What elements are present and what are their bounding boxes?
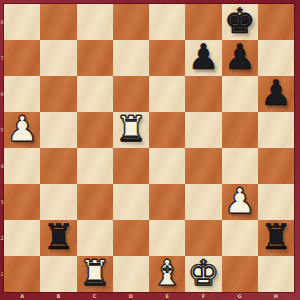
file-label-c: C bbox=[77, 292, 113, 300]
chess-board: ♚♟♟♟♟♜♟♜♜♜♝♚ 87654321ABCDEFGH bbox=[0, 0, 300, 300]
file-label-f: F bbox=[185, 292, 221, 300]
piece-black-king[interactable]: ♚ bbox=[224, 4, 255, 39]
square-f5[interactable] bbox=[185, 112, 221, 148]
square-a2[interactable] bbox=[4, 220, 40, 256]
file-label-d: D bbox=[113, 292, 149, 300]
square-a4[interactable] bbox=[4, 148, 40, 184]
file-label-e: E bbox=[149, 292, 185, 300]
square-e6[interactable] bbox=[149, 76, 185, 112]
square-d5[interactable]: ♜ bbox=[113, 112, 149, 148]
square-g4[interactable] bbox=[222, 148, 258, 184]
square-a3[interactable] bbox=[4, 184, 40, 220]
square-h4[interactable] bbox=[258, 148, 294, 184]
square-a8[interactable] bbox=[4, 4, 40, 40]
square-d1[interactable] bbox=[113, 256, 149, 292]
square-f1[interactable]: ♚ bbox=[185, 256, 221, 292]
square-b1[interactable] bbox=[40, 256, 76, 292]
square-h8[interactable] bbox=[258, 4, 294, 40]
square-g5[interactable] bbox=[222, 112, 258, 148]
square-f6[interactable] bbox=[185, 76, 221, 112]
rank-label-3: 3 bbox=[0, 200, 4, 205]
square-f3[interactable] bbox=[185, 184, 221, 220]
square-h3[interactable] bbox=[258, 184, 294, 220]
square-e4[interactable] bbox=[149, 148, 185, 184]
square-e7[interactable] bbox=[149, 40, 185, 76]
square-g2[interactable] bbox=[222, 220, 258, 256]
square-b8[interactable] bbox=[40, 4, 76, 40]
square-a6[interactable] bbox=[4, 76, 40, 112]
square-b3[interactable] bbox=[40, 184, 76, 220]
square-c7[interactable] bbox=[77, 40, 113, 76]
file-label-h: H bbox=[258, 292, 294, 300]
square-b4[interactable] bbox=[40, 148, 76, 184]
piece-black-pawn[interactable]: ♟ bbox=[188, 40, 219, 75]
square-d2[interactable] bbox=[113, 220, 149, 256]
piece-white-pawn[interactable]: ♟ bbox=[6, 112, 37, 147]
square-g8[interactable]: ♚ bbox=[222, 4, 258, 40]
square-c6[interactable] bbox=[77, 76, 113, 112]
piece-white-rook[interactable]: ♜ bbox=[79, 256, 110, 291]
square-c3[interactable] bbox=[77, 184, 113, 220]
piece-white-bishop[interactable]: ♝ bbox=[151, 256, 182, 291]
square-a1[interactable] bbox=[4, 256, 40, 292]
square-d8[interactable] bbox=[113, 4, 149, 40]
rank-label-1: 1 bbox=[0, 272, 4, 277]
square-a7[interactable] bbox=[4, 40, 40, 76]
rank-label-7: 7 bbox=[0, 56, 4, 61]
piece-white-pawn[interactable]: ♟ bbox=[224, 184, 255, 219]
square-h5[interactable] bbox=[258, 112, 294, 148]
square-g6[interactable] bbox=[222, 76, 258, 112]
square-d6[interactable] bbox=[113, 76, 149, 112]
square-h1[interactable] bbox=[258, 256, 294, 292]
square-c4[interactable] bbox=[77, 148, 113, 184]
board-grid: ♚♟♟♟♟♜♟♜♜♜♝♚ bbox=[4, 4, 294, 292]
piece-black-rook[interactable]: ♜ bbox=[43, 220, 74, 255]
square-g3[interactable]: ♟ bbox=[222, 184, 258, 220]
square-c2[interactable] bbox=[77, 220, 113, 256]
square-f4[interactable] bbox=[185, 148, 221, 184]
square-f2[interactable] bbox=[185, 220, 221, 256]
square-b5[interactable] bbox=[40, 112, 76, 148]
square-b2[interactable]: ♜ bbox=[40, 220, 76, 256]
rank-label-2: 2 bbox=[0, 236, 4, 241]
square-c5[interactable] bbox=[77, 112, 113, 148]
square-d7[interactable] bbox=[113, 40, 149, 76]
piece-black-pawn[interactable]: ♟ bbox=[224, 40, 255, 75]
piece-white-king[interactable]: ♚ bbox=[188, 256, 219, 291]
square-c8[interactable] bbox=[77, 4, 113, 40]
square-e5[interactable] bbox=[149, 112, 185, 148]
rank-label-4: 4 bbox=[0, 164, 4, 169]
rank-label-5: 5 bbox=[0, 128, 4, 133]
square-c1[interactable]: ♜ bbox=[77, 256, 113, 292]
piece-black-pawn[interactable]: ♟ bbox=[260, 76, 291, 111]
square-g1[interactable] bbox=[222, 256, 258, 292]
square-e1[interactable]: ♝ bbox=[149, 256, 185, 292]
square-e8[interactable] bbox=[149, 4, 185, 40]
rank-label-8: 8 bbox=[0, 20, 4, 25]
square-b6[interactable] bbox=[40, 76, 76, 112]
rank-label-6: 6 bbox=[0, 92, 4, 97]
square-d4[interactable] bbox=[113, 148, 149, 184]
square-f8[interactable] bbox=[185, 4, 221, 40]
piece-black-rook[interactable]: ♜ bbox=[260, 220, 291, 255]
square-d3[interactable] bbox=[113, 184, 149, 220]
file-label-a: A bbox=[4, 292, 40, 300]
square-b7[interactable] bbox=[40, 40, 76, 76]
square-e2[interactable] bbox=[149, 220, 185, 256]
file-label-b: B bbox=[40, 292, 76, 300]
file-label-g: G bbox=[222, 292, 258, 300]
square-h7[interactable] bbox=[258, 40, 294, 76]
square-h6[interactable]: ♟ bbox=[258, 76, 294, 112]
square-h2[interactable]: ♜ bbox=[258, 220, 294, 256]
piece-white-rook[interactable]: ♜ bbox=[115, 112, 146, 147]
square-g7[interactable]: ♟ bbox=[222, 40, 258, 76]
square-f7[interactable]: ♟ bbox=[185, 40, 221, 76]
square-e3[interactable] bbox=[149, 184, 185, 220]
square-a5[interactable]: ♟ bbox=[4, 112, 40, 148]
